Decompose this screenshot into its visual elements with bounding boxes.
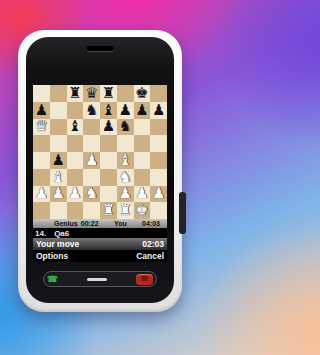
call-accept-icon[interactable]: ☎ <box>47 275 58 284</box>
softkey-bar: Options Cancel <box>33 250 167 262</box>
engine-time: 00:22 <box>81 220 99 227</box>
black-queen: ♛ <box>85 85 98 100</box>
board-square-d6[interactable] <box>83 119 100 136</box>
white-rook: ♜ <box>102 203 115 218</box>
board-square-c2[interactable]: ♟ <box>67 186 84 203</box>
white-bishop: ♝ <box>51 169 64 184</box>
player-time: 04:03 <box>142 220 160 227</box>
white-pawn: ♟ <box>118 186 131 201</box>
board-square-b7[interactable] <box>50 102 67 119</box>
board-square-e3[interactable] <box>100 169 117 186</box>
board-square-g5[interactable] <box>134 135 151 152</box>
board-square-b8[interactable] <box>50 85 67 102</box>
board-square-a2[interactable]: ♟ <box>33 186 50 203</box>
board-square-c8[interactable]: ♜ <box>67 85 84 102</box>
player-name: You <box>114 220 127 227</box>
board-square-h2[interactable]: ♟ <box>150 186 167 203</box>
black-knight: ♞ <box>85 102 98 117</box>
chess-app-screen: ♜♛♜♚♟♞♝♟♟♟♛♝♟♞♟♟♝♝♞♟♟♟♞♟♟♟♜♜♚ Genius 00:… <box>33 85 167 262</box>
menu-key[interactable] <box>87 278 107 281</box>
call-end-icon: ☎ <box>140 276 149 283</box>
board-square-d1[interactable] <box>83 202 100 219</box>
board-square-c1[interactable] <box>67 202 84 219</box>
board-square-b2[interactable]: ♟ <box>50 186 67 203</box>
white-pawn: ♟ <box>85 152 98 167</box>
white-rook: ♜ <box>118 203 131 218</box>
prompt-bar: Your move 02:03 <box>33 238 167 250</box>
black-pawn: ♟ <box>152 102 165 117</box>
options-softkey[interactable]: Options <box>36 251 68 261</box>
engine-name: Genius <box>54 220 78 227</box>
black-knight: ♞ <box>118 119 131 134</box>
black-pawn: ♟ <box>35 102 48 117</box>
board-square-e1[interactable]: ♜ <box>100 202 117 219</box>
board-square-d2[interactable]: ♞ <box>83 186 100 203</box>
white-pawn: ♟ <box>51 186 64 201</box>
board-square-b1[interactable] <box>50 202 67 219</box>
board-square-h5[interactable] <box>150 135 167 152</box>
board-square-d4[interactable]: ♟ <box>83 152 100 169</box>
board-square-d7[interactable]: ♞ <box>83 102 100 119</box>
engine-clock-group: Genius 00:22 <box>54 220 99 227</box>
board-square-h7[interactable]: ♟ <box>150 102 167 119</box>
board-square-g7[interactable]: ♟ <box>134 102 151 119</box>
white-bishop: ♝ <box>118 152 131 167</box>
white-knight: ♞ <box>85 186 98 201</box>
white-queen: ♛ <box>35 119 48 134</box>
call-key-strip: ☎ ☎ <box>43 271 157 287</box>
black-pawn: ♟ <box>135 102 148 117</box>
board-square-a5[interactable] <box>33 135 50 152</box>
cancel-softkey[interactable]: Cancel <box>136 251 164 261</box>
move-san: Qa6 <box>54 229 69 238</box>
black-rook: ♜ <box>68 85 81 100</box>
board-square-a1[interactable] <box>33 202 50 219</box>
chess-board: ♜♛♜♚♟♞♝♟♟♟♛♝♟♞♟♟♝♝♞♟♟♟♞♟♟♟♜♜♚ <box>33 85 167 219</box>
board-square-a4[interactable] <box>33 152 50 169</box>
white-pawn: ♟ <box>35 186 48 201</box>
volume-key[interactable] <box>179 192 186 234</box>
white-pawn: ♟ <box>135 186 148 201</box>
board-square-c6[interactable]: ♝ <box>67 119 84 136</box>
board-square-e4[interactable] <box>100 152 117 169</box>
board-square-b6[interactable] <box>50 119 67 136</box>
move-line: 14. Qa6 <box>33 228 167 238</box>
black-pawn: ♟ <box>51 152 64 167</box>
white-king: ♚ <box>135 203 148 218</box>
board-square-h4[interactable] <box>150 152 167 169</box>
black-bishop: ♝ <box>68 119 81 134</box>
board-square-h1[interactable] <box>150 202 167 219</box>
board-square-c5[interactable] <box>67 135 84 152</box>
board-square-g1[interactable]: ♚ <box>134 202 151 219</box>
black-bishop: ♝ <box>102 102 115 117</box>
phone-glass: ♜♛♜♚♟♞♝♟♟♟♛♝♟♞♟♟♝♝♞♟♟♟♞♟♟♟♜♜♚ Genius 00:… <box>26 37 174 303</box>
board-square-g4[interactable] <box>134 152 151 169</box>
prompt-time: 02:03 <box>142 239 164 249</box>
phone-body: ♜♛♜♚♟♞♝♟♟♟♛♝♟♞♟♟♝♝♞♟♟♟♞♟♟♟♜♜♚ Genius 00:… <box>18 30 182 312</box>
move-number: 14. <box>35 229 46 238</box>
white-pawn: ♟ <box>68 186 81 201</box>
white-pawn: ♟ <box>152 186 165 201</box>
prompt-label: Your move <box>36 239 79 249</box>
black-rook: ♜ <box>102 85 115 100</box>
earpiece-speaker-icon <box>87 46 114 51</box>
black-pawn: ♟ <box>118 102 131 117</box>
board-square-e5[interactable] <box>100 135 117 152</box>
white-knight: ♞ <box>118 169 131 184</box>
black-king: ♚ <box>135 85 148 100</box>
board-square-a6[interactable]: ♛ <box>33 119 50 136</box>
board-square-f1[interactable]: ♜ <box>117 202 134 219</box>
board-square-g6[interactable] <box>134 119 151 136</box>
black-pawn: ♟ <box>102 119 115 134</box>
board-square-h6[interactable] <box>150 119 167 136</box>
call-end-key[interactable]: ☎ <box>136 274 153 285</box>
clock-bar: Genius 00:22 You 04:03 <box>33 219 167 228</box>
board-square-f6[interactable]: ♞ <box>117 119 134 136</box>
board-square-c4[interactable] <box>67 152 84 169</box>
board-square-e6[interactable]: ♟ <box>100 119 117 136</box>
